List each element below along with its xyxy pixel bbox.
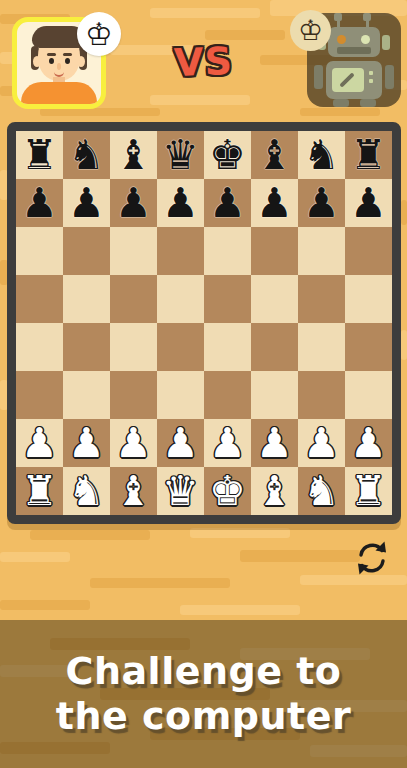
square-d8[interactable]: ♛ (157, 131, 204, 179)
square-g1[interactable]: ♞ (298, 467, 345, 515)
square-a3[interactable] (16, 371, 63, 419)
banner-title-line1: Challenge to (66, 649, 342, 694)
square-h8[interactable]: ♜ (345, 131, 392, 179)
square-c4[interactable] (110, 323, 157, 371)
white-knight-piece[interactable]: ♞ (63, 467, 110, 515)
square-f6[interactable] (251, 227, 298, 275)
white-rook-piece[interactable]: ♜ (345, 467, 392, 515)
square-b4[interactable] (63, 323, 110, 371)
white-queen-piece[interactable]: ♛ (157, 467, 204, 515)
white-pawn-piece[interactable]: ♟ (110, 419, 157, 467)
black-pawn-piece[interactable]: ♟ (157, 179, 204, 227)
square-h3[interactable] (345, 371, 392, 419)
white-pawn-piece[interactable]: ♟ (63, 419, 110, 467)
square-d7[interactable]: ♟ (157, 179, 204, 227)
square-f4[interactable] (251, 323, 298, 371)
wood-streak (401, 200, 407, 225)
black-pawn-piece[interactable]: ♟ (251, 179, 298, 227)
app-screen: ♔ VS ♔ ♜♞♝♛♚♝♞♜♟♟♟♟♟♟♟♟♟♟♟♟♟♟♟♟♜♞♝♛♚♝♞♜ (0, 0, 407, 768)
square-d6[interactable] (157, 227, 204, 275)
square-f1[interactable]: ♝ (251, 467, 298, 515)
square-e5[interactable] (204, 275, 251, 323)
wood-streak (180, 605, 300, 615)
square-a5[interactable] (16, 275, 63, 323)
square-a1[interactable]: ♜ (16, 467, 63, 515)
restart-button[interactable] (352, 538, 392, 578)
square-a8[interactable]: ♜ (16, 131, 63, 179)
square-g4[interactable] (298, 323, 345, 371)
black-pawn-piece[interactable]: ♟ (204, 179, 251, 227)
square-h2[interactable]: ♟ (345, 419, 392, 467)
square-c8[interactable]: ♝ (110, 131, 157, 179)
square-b3[interactable] (63, 371, 110, 419)
square-c1[interactable]: ♝ (110, 467, 157, 515)
black-rook-piece[interactable]: ♜ (16, 131, 63, 179)
wood-streak (30, 530, 150, 540)
square-e2[interactable]: ♟ (204, 419, 251, 467)
white-king-piece[interactable]: ♚ (204, 467, 251, 515)
square-a4[interactable] (16, 323, 63, 371)
square-g3[interactable] (298, 371, 345, 419)
square-c2[interactable]: ♟ (110, 419, 157, 467)
white-bishop-piece[interactable]: ♝ (251, 467, 298, 515)
wood-streak (0, 552, 70, 562)
white-pawn-piece[interactable]: ♟ (204, 419, 251, 467)
black-rook-piece[interactable]: ♜ (345, 131, 392, 179)
square-b2[interactable]: ♟ (63, 419, 110, 467)
square-g7[interactable]: ♟ (298, 179, 345, 227)
white-knight-piece[interactable]: ♞ (298, 467, 345, 515)
black-knight-piece[interactable]: ♞ (63, 131, 110, 179)
square-h7[interactable]: ♟ (345, 179, 392, 227)
black-pawn-piece[interactable]: ♟ (63, 179, 110, 227)
wood-streak (150, 8, 260, 18)
white-pawn-piece[interactable]: ♟ (298, 419, 345, 467)
black-king-piece[interactable]: ♚ (204, 131, 251, 179)
refresh-icon (352, 538, 392, 578)
chess-board-frame: ♜♞♝♛♚♝♞♜♟♟♟♟♟♟♟♟♟♟♟♟♟♟♟♟♜♞♝♛♚♝♞♜ (7, 122, 401, 524)
black-queen-piece[interactable]: ♛ (157, 131, 204, 179)
black-pawn-piece[interactable]: ♟ (16, 179, 63, 227)
square-g6[interactable] (298, 227, 345, 275)
square-c3[interactable] (110, 371, 157, 419)
black-knight-piece[interactable]: ♞ (298, 131, 345, 179)
square-a7[interactable]: ♟ (16, 179, 63, 227)
mode-banner: Challenge to the computer (0, 620, 407, 768)
square-d5[interactable] (157, 275, 204, 323)
black-bishop-piece[interactable]: ♝ (251, 131, 298, 179)
square-a6[interactable] (16, 227, 63, 275)
square-h6[interactable] (345, 227, 392, 275)
wood-streak (240, 550, 360, 562)
square-e8[interactable]: ♚ (204, 131, 251, 179)
square-d1[interactable]: ♛ (157, 467, 204, 515)
square-d2[interactable]: ♟ (157, 419, 204, 467)
wood-streak (150, 95, 250, 105)
square-b8[interactable]: ♞ (63, 131, 110, 179)
square-g8[interactable]: ♞ (298, 131, 345, 179)
black-king-icon: ♔ (290, 10, 331, 51)
square-f8[interactable]: ♝ (251, 131, 298, 179)
white-pawn-piece[interactable]: ♟ (157, 419, 204, 467)
square-b6[interactable] (63, 227, 110, 275)
white-bishop-piece[interactable]: ♝ (110, 467, 157, 515)
square-e1[interactable]: ♚ (204, 467, 251, 515)
square-e7[interactable]: ♟ (204, 179, 251, 227)
wood-streak (0, 600, 90, 610)
square-h5[interactable] (345, 275, 392, 323)
square-e6[interactable] (204, 227, 251, 275)
black-pawn-piece[interactable]: ♟ (345, 179, 392, 227)
wood-streak (90, 578, 230, 588)
wood-streak (40, 108, 160, 116)
black-pawn-piece[interactable]: ♟ (298, 179, 345, 227)
square-f7[interactable]: ♟ (251, 179, 298, 227)
square-g5[interactable] (298, 275, 345, 323)
square-f2[interactable]: ♟ (251, 419, 298, 467)
white-king-icon: ♔ (77, 12, 121, 56)
black-bishop-piece[interactable]: ♝ (110, 131, 157, 179)
banner-title-line2: the computer (56, 694, 351, 739)
white-pawn-piece[interactable]: ♟ (345, 419, 392, 467)
white-rook-piece[interactable]: ♜ (16, 467, 63, 515)
square-d4[interactable] (157, 323, 204, 371)
wood-streak (300, 108, 380, 116)
square-e4[interactable] (204, 323, 251, 371)
square-c5[interactable] (110, 275, 157, 323)
wood-streak (190, 528, 290, 538)
square-d3[interactable] (157, 371, 204, 419)
square-e3[interactable] (204, 371, 251, 419)
square-b5[interactable] (63, 275, 110, 323)
square-b7[interactable]: ♟ (63, 179, 110, 227)
wood-streak (401, 330, 407, 360)
square-f5[interactable] (251, 275, 298, 323)
square-a2[interactable]: ♟ (16, 419, 63, 467)
square-c7[interactable]: ♟ (110, 179, 157, 227)
square-b1[interactable]: ♞ (63, 467, 110, 515)
square-f3[interactable] (251, 371, 298, 419)
square-h1[interactable]: ♜ (345, 467, 392, 515)
square-g2[interactable]: ♟ (298, 419, 345, 467)
black-pawn-piece[interactable]: ♟ (110, 179, 157, 227)
square-h4[interactable] (345, 323, 392, 371)
square-c6[interactable] (110, 227, 157, 275)
white-pawn-piece[interactable]: ♟ (16, 419, 63, 467)
white-pawn-piece[interactable]: ♟ (251, 419, 298, 467)
chess-board: ♜♞♝♛♚♝♞♜♟♟♟♟♟♟♟♟♟♟♟♟♟♟♟♟♜♞♝♛♚♝♞♜ (16, 131, 392, 515)
